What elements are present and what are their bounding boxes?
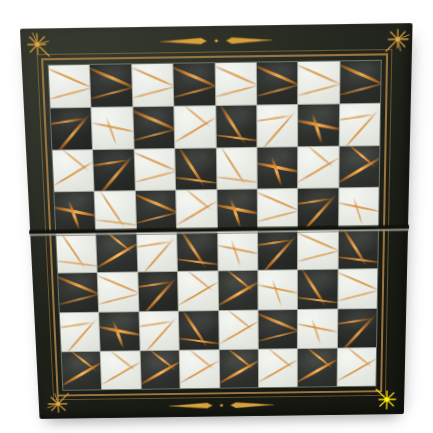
square-e5[interactable] — [217, 189, 257, 230]
square-a4[interactable] — [56, 233, 97, 273]
square-g1[interactable] — [298, 349, 337, 387]
square-h8[interactable] — [340, 61, 381, 104]
square-e2[interactable] — [219, 311, 258, 350]
square-e1[interactable] — [219, 350, 258, 388]
square-b2[interactable] — [100, 312, 140, 351]
square-a3[interactable] — [58, 273, 98, 312]
square-b4[interactable] — [97, 232, 138, 272]
square-e3[interactable] — [218, 271, 257, 310]
square-h6[interactable] — [339, 146, 379, 187]
square-b3[interactable] — [98, 272, 138, 311]
square-g4[interactable] — [298, 229, 337, 269]
square-a6[interactable] — [52, 150, 93, 191]
square-g6[interactable] — [298, 147, 338, 188]
square-b5[interactable] — [95, 191, 136, 232]
square-g8[interactable] — [298, 61, 339, 104]
square-g7[interactable] — [298, 104, 338, 146]
square-a5[interactable] — [54, 192, 95, 232]
square-b8[interactable] — [90, 64, 132, 106]
square-c1[interactable] — [140, 351, 179, 389]
square-c8[interactable] — [132, 64, 174, 106]
square-c5[interactable] — [136, 191, 177, 232]
square-f7[interactable] — [257, 105, 297, 147]
square-h1[interactable] — [337, 348, 376, 386]
square-e8[interactable] — [215, 63, 256, 106]
square-f3[interactable] — [258, 270, 297, 309]
square-h3[interactable] — [338, 269, 377, 308]
square-d4[interactable] — [177, 231, 217, 271]
square-b1[interactable] — [101, 351, 141, 389]
square-b6[interactable] — [93, 150, 134, 191]
square-d6[interactable] — [175, 148, 216, 189]
square-c6[interactable] — [134, 149, 175, 190]
square-f2[interactable] — [258, 310, 297, 349]
photo-background — [0, 0, 433, 433]
square-e6[interactable] — [216, 148, 256, 189]
square-f1[interactable] — [259, 349, 297, 387]
square-h7[interactable] — [339, 104, 380, 146]
square-g5[interactable] — [298, 188, 338, 229]
sunburst-star-icon-bottom-right — [373, 386, 400, 411]
square-c7[interactable] — [133, 107, 174, 149]
square-b7[interactable] — [92, 107, 134, 149]
square-f8[interactable] — [257, 62, 298, 105]
square-c2[interactable] — [139, 312, 179, 351]
square-d8[interactable] — [173, 63, 214, 105]
square-f4[interactable] — [258, 230, 297, 270]
square-d2[interactable] — [179, 311, 218, 350]
square-g2[interactable] — [298, 309, 337, 348]
square-h2[interactable] — [338, 309, 377, 348]
square-d5[interactable] — [176, 190, 216, 231]
square-e7[interactable] — [216, 106, 257, 148]
square-d1[interactable] — [180, 350, 219, 388]
square-d7[interactable] — [174, 106, 215, 148]
square-f6[interactable] — [257, 147, 297, 188]
square-c4[interactable] — [137, 232, 177, 272]
square-a7[interactable] — [51, 108, 93, 150]
square-f5[interactable] — [258, 189, 298, 230]
square-a1[interactable] — [62, 352, 102, 390]
square-a2[interactable] — [60, 313, 100, 352]
sunburst-star-icon-bottom-left — [45, 391, 72, 416]
chess-board — [20, 23, 413, 419]
blade-ornament-icon-top — [158, 34, 274, 48]
square-e4[interactable] — [218, 230, 258, 270]
square-h5[interactable] — [339, 188, 379, 229]
sunburst-star-icon-top-right — [383, 25, 412, 54]
sunburst-star-icon-top-left — [23, 30, 52, 59]
square-g3[interactable] — [298, 270, 337, 309]
square-c3[interactable] — [138, 272, 178, 311]
square-h4[interactable] — [338, 229, 378, 269]
square-a8[interactable] — [49, 65, 91, 107]
square-d3[interactable] — [178, 271, 218, 310]
blade-ornament-icon-bottom — [167, 399, 275, 412]
